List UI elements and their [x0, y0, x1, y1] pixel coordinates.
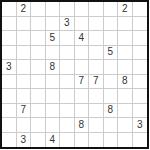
cell-r4c9[interactable] [118, 46, 133, 61]
cell-r8c8: 8 [104, 104, 119, 119]
cell-r9c1[interactable] [2, 118, 17, 133]
cell-r4c7[interactable] [89, 46, 104, 61]
cell-r8c6[interactable] [75, 104, 90, 119]
cell-r8c4[interactable] [46, 104, 61, 119]
cell-r5c9[interactable] [118, 60, 133, 75]
cell-r5c4: 8 [46, 60, 61, 75]
cell-r10c10[interactable] [133, 133, 148, 148]
cell-r1c4[interactable] [46, 2, 61, 17]
cell-r2c6[interactable] [75, 17, 90, 32]
cell-r1c3[interactable] [31, 2, 46, 17]
cell-r7c8[interactable] [104, 89, 119, 104]
cell-r4c4[interactable] [46, 46, 61, 61]
cell-r6c6: 7 [75, 75, 90, 90]
cell-r8c5[interactable] [60, 104, 75, 119]
cell-r1c9: 2 [118, 2, 133, 17]
cell-r9c10: 3 [133, 118, 148, 133]
cell-r5c2[interactable] [17, 60, 32, 75]
cell-r4c6[interactable] [75, 46, 90, 61]
cell-r6c10[interactable] [133, 75, 148, 90]
cell-r5c1: 3 [2, 60, 17, 75]
cell-r3c6: 4 [75, 31, 90, 46]
cell-r10c1[interactable] [2, 133, 17, 148]
cell-r6c5[interactable] [60, 75, 75, 90]
cell-r9c4[interactable] [46, 118, 61, 133]
cell-r6c4[interactable] [46, 75, 61, 90]
puzzle-board: 22354538778788334 [0, 0, 149, 149]
cell-r6c7: 7 [89, 75, 104, 90]
cell-r8c7[interactable] [89, 104, 104, 119]
cell-r4c10[interactable] [133, 46, 148, 61]
cell-r8c9[interactable] [118, 104, 133, 119]
cell-r6c2[interactable] [17, 75, 32, 90]
cell-r2c1[interactable] [2, 17, 17, 32]
cell-r7c2[interactable] [17, 89, 32, 104]
cell-r9c5[interactable] [60, 118, 75, 133]
cell-r5c7[interactable] [89, 60, 104, 75]
cell-r9c3[interactable] [31, 118, 46, 133]
cell-r3c3[interactable] [31, 31, 46, 46]
cell-r7c1[interactable] [2, 89, 17, 104]
cell-r2c3[interactable] [31, 17, 46, 32]
cell-r1c6[interactable] [75, 2, 90, 17]
cell-r7c5[interactable] [60, 89, 75, 104]
cell-r10c6[interactable] [75, 133, 90, 148]
cell-r8c10[interactable] [133, 104, 148, 119]
cell-r1c8[interactable] [104, 2, 119, 17]
cell-r5c5[interactable] [60, 60, 75, 75]
cell-r7c3[interactable] [31, 89, 46, 104]
cell-r7c4[interactable] [46, 89, 61, 104]
cell-r7c7[interactable] [89, 89, 104, 104]
cell-r9c7[interactable] [89, 118, 104, 133]
cell-r3c8[interactable] [104, 31, 119, 46]
cell-r8c2: 7 [17, 104, 32, 119]
cell-r10c5[interactable] [60, 133, 75, 148]
cell-r4c1[interactable] [2, 46, 17, 61]
cell-r6c1[interactable] [2, 75, 17, 90]
cell-r3c2[interactable] [17, 31, 32, 46]
cell-r4c5[interactable] [60, 46, 75, 61]
cell-r10c7[interactable] [89, 133, 104, 148]
cell-r3c1[interactable] [2, 31, 17, 46]
cell-r6c9: 8 [118, 75, 133, 90]
cell-r6c8[interactable] [104, 75, 119, 90]
cell-r10c9[interactable] [118, 133, 133, 148]
cell-r3c4: 5 [46, 31, 61, 46]
cell-r5c8[interactable] [104, 60, 119, 75]
cell-r9c2[interactable] [17, 118, 32, 133]
cell-r7c9[interactable] [118, 89, 133, 104]
cell-r2c9[interactable] [118, 17, 133, 32]
cell-r7c6[interactable] [75, 89, 90, 104]
cell-r2c8[interactable] [104, 17, 119, 32]
cell-r10c8[interactable] [104, 133, 119, 148]
cell-r8c1[interactable] [2, 104, 17, 119]
cell-r1c7[interactable] [89, 2, 104, 17]
cell-r3c10[interactable] [133, 31, 148, 46]
cell-r3c9[interactable] [118, 31, 133, 46]
cell-r4c2[interactable] [17, 46, 32, 61]
cell-r5c3[interactable] [31, 60, 46, 75]
cell-r3c7[interactable] [89, 31, 104, 46]
cell-r2c2[interactable] [17, 17, 32, 32]
cell-r6c3[interactable] [31, 75, 46, 90]
cell-r8c3[interactable] [31, 104, 46, 119]
cell-r2c7[interactable] [89, 17, 104, 32]
cell-r4c3[interactable] [31, 46, 46, 61]
cell-r9c9[interactable] [118, 118, 133, 133]
cell-r10c3[interactable] [31, 133, 46, 148]
cell-r1c5[interactable] [60, 2, 75, 17]
cell-r2c4[interactable] [46, 17, 61, 32]
cell-r1c2: 2 [17, 2, 32, 17]
cell-r9c6: 8 [75, 118, 90, 133]
cell-r2c10[interactable] [133, 17, 148, 32]
cell-r10c4: 4 [46, 133, 61, 148]
cell-r1c1[interactable] [2, 2, 17, 17]
cell-r10c2: 3 [17, 133, 32, 148]
cell-r2c5: 3 [60, 17, 75, 32]
cell-r5c6[interactable] [75, 60, 90, 75]
cell-r4c8: 5 [104, 46, 119, 61]
cell-r1c10[interactable] [133, 2, 148, 17]
cell-r5c10[interactable] [133, 60, 148, 75]
cell-r3c5[interactable] [60, 31, 75, 46]
cell-r7c10[interactable] [133, 89, 148, 104]
cell-r9c8[interactable] [104, 118, 119, 133]
